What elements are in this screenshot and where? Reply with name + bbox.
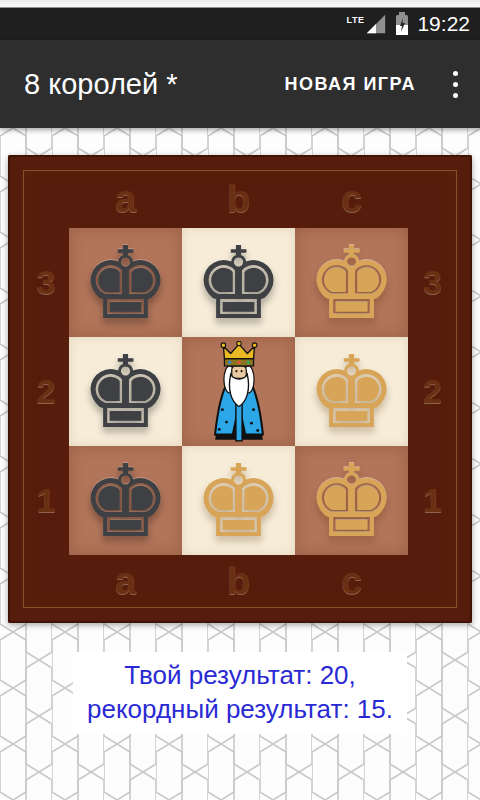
rank-label-3-left: 3 xyxy=(23,228,69,337)
current-score-text: Твой результат: 20, xyxy=(87,658,393,692)
light-king-piece: ♚ xyxy=(194,449,284,555)
signal-triangle-icon xyxy=(365,13,387,35)
file-label-c-top: c xyxy=(295,170,408,228)
square-c2[interactable]: ♚ xyxy=(295,337,408,446)
phone-screen: LTE 19:22 8 королей * НОВАЯ ИГРА xyxy=(0,0,480,800)
square-b3[interactable]: ♚ xyxy=(182,228,295,337)
dark-king-piece: ♚ xyxy=(81,340,171,446)
new-game-button[interactable]: НОВАЯ ИГРА xyxy=(284,74,416,95)
square-b2[interactable] xyxy=(182,337,295,446)
rank-label-1-right: 1 xyxy=(408,446,457,555)
board-wood-frame: a b c 3 2 1 3 2 1 ♚ ♚ ♚ xyxy=(23,170,457,608)
rank-label-2-right: 2 xyxy=(408,337,457,446)
content-area: a b c 3 2 1 3 2 1 ♚ ♚ ♚ xyxy=(0,128,480,800)
screen-top-strip xyxy=(0,0,480,8)
dark-king-piece: ♚ xyxy=(81,449,171,555)
square-a2[interactable]: ♚ xyxy=(69,337,182,446)
overflow-menu-icon[interactable] xyxy=(442,62,468,106)
dark-king-piece: ♚ xyxy=(194,231,284,337)
cell-signal-icon: LTE xyxy=(347,13,388,35)
rank-label-1-left: 1 xyxy=(23,446,69,555)
clock: 19:22 xyxy=(417,12,470,36)
app-title: 8 королей * xyxy=(24,68,284,101)
square-a3[interactable]: ♚ xyxy=(69,228,182,337)
light-king-piece: ♚ xyxy=(307,231,397,337)
file-label-a-bottom: a xyxy=(69,555,182,608)
square-c3[interactable]: ♚ xyxy=(295,228,408,337)
square-c1[interactable]: ♚ xyxy=(295,446,408,555)
rank-label-3-right: 3 xyxy=(408,228,457,337)
score-panel: Твой результат: 20, рекордный результат:… xyxy=(73,652,407,734)
square-a1[interactable]: ♚ xyxy=(69,446,182,555)
chess-board: a b c 3 2 1 3 2 1 ♚ ♚ ♚ xyxy=(8,155,472,623)
file-label-b-bottom: b xyxy=(182,555,295,608)
battery-charging-icon xyxy=(395,12,409,36)
rank-label-2-left: 2 xyxy=(23,337,69,446)
square-b1[interactable]: ♚ xyxy=(182,446,295,555)
app-bar: 8 королей * НОВАЯ ИГРА xyxy=(0,40,480,128)
player-king-piece[interactable] xyxy=(205,341,273,445)
light-king-piece: ♚ xyxy=(307,340,397,446)
record-score-text: рекордный результат: 15. xyxy=(87,692,393,726)
dark-king-piece: ♚ xyxy=(81,231,171,337)
network-type-label: LTE xyxy=(347,15,365,25)
file-label-b-top: b xyxy=(182,170,295,228)
file-label-c-bottom: c xyxy=(295,555,408,608)
status-bar: LTE 19:22 xyxy=(0,8,480,40)
file-label-a-top: a xyxy=(69,170,182,228)
light-king-piece: ♚ xyxy=(307,449,397,555)
